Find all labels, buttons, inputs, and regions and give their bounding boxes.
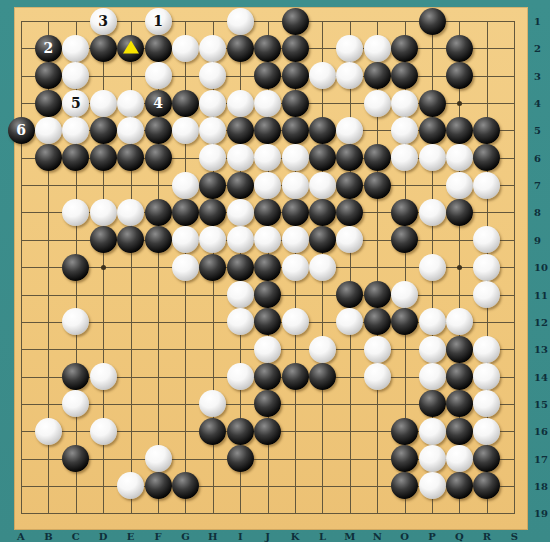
row-label-12: 12 xyxy=(534,316,548,327)
stone-white-K7 xyxy=(282,172,309,199)
stone-white-P14 xyxy=(419,363,446,390)
stone-black-B2: 2 xyxy=(35,35,62,62)
stone-black-P4 xyxy=(419,90,446,117)
move-number-label: 6 xyxy=(16,123,26,137)
stone-white-C2 xyxy=(62,35,89,62)
stone-black-O2 xyxy=(391,35,418,62)
row-label-4: 4 xyxy=(534,98,541,109)
stone-white-I9 xyxy=(227,226,254,253)
stone-black-J8 xyxy=(254,199,281,226)
stone-black-D6 xyxy=(90,144,117,171)
stone-white-H15 xyxy=(199,390,226,417)
stone-black-N3 xyxy=(364,62,391,89)
stone-black-H8 xyxy=(199,199,226,226)
stone-white-C4: 5 xyxy=(62,90,89,117)
column-label-F: F xyxy=(154,531,161,542)
row-label-19: 19 xyxy=(534,508,548,519)
stone-white-M9 xyxy=(336,226,363,253)
stone-black-D9 xyxy=(90,226,117,253)
column-label-K: K xyxy=(291,531,300,542)
stone-black-R17 xyxy=(473,445,500,472)
stone-black-B3 xyxy=(35,62,62,89)
stone-white-P16 xyxy=(419,418,446,445)
column-label-A: A xyxy=(17,531,25,542)
stone-white-D14 xyxy=(90,363,117,390)
stone-black-R5 xyxy=(473,117,500,144)
stone-black-Q5 xyxy=(446,117,473,144)
grid-line-vertical xyxy=(514,21,515,514)
triangle-marker xyxy=(123,41,139,54)
stone-black-G18 xyxy=(172,472,199,499)
stone-white-P13 xyxy=(419,336,446,363)
column-label-Q: Q xyxy=(455,531,464,542)
stone-white-M3 xyxy=(336,62,363,89)
stone-white-L13 xyxy=(309,336,336,363)
stone-white-O11 xyxy=(391,281,418,308)
stone-white-J6 xyxy=(254,144,281,171)
stone-white-M2 xyxy=(336,35,363,62)
stone-black-O18 xyxy=(391,472,418,499)
stone-white-R7 xyxy=(473,172,500,199)
stone-black-Q16 xyxy=(446,418,473,445)
stone-white-D16 xyxy=(90,418,117,445)
stone-white-F17 xyxy=(145,445,172,472)
stone-black-H10 xyxy=(199,254,226,281)
stone-black-D2 xyxy=(90,35,117,62)
stone-black-D5 xyxy=(90,117,117,144)
stone-black-O12 xyxy=(391,308,418,335)
stone-black-Q13 xyxy=(446,336,473,363)
stone-black-C14 xyxy=(62,363,89,390)
column-label-E: E xyxy=(127,531,135,542)
column-label-P: P xyxy=(428,531,436,542)
stone-black-F18 xyxy=(145,472,172,499)
stone-white-B16 xyxy=(35,418,62,445)
stone-white-E18 xyxy=(117,472,144,499)
stone-white-R15 xyxy=(473,390,500,417)
row-label-8: 8 xyxy=(534,207,541,218)
stone-black-F8 xyxy=(145,199,172,226)
row-label-3: 3 xyxy=(534,70,541,81)
stone-white-H5 xyxy=(199,117,226,144)
grid-line-horizontal xyxy=(21,513,515,514)
move-number-label: 2 xyxy=(44,41,54,55)
stone-white-Q6 xyxy=(446,144,473,171)
star-point xyxy=(101,265,106,270)
stone-black-C10 xyxy=(62,254,89,281)
stone-white-R16 xyxy=(473,418,500,445)
stone-white-E5 xyxy=(117,117,144,144)
grid-line-vertical xyxy=(350,21,351,514)
stone-black-O9 xyxy=(391,226,418,253)
move-number-label: 4 xyxy=(153,96,163,110)
stone-black-N6 xyxy=(364,144,391,171)
stone-white-M5 xyxy=(336,117,363,144)
column-label-B: B xyxy=(44,531,52,542)
stone-white-J7 xyxy=(254,172,281,199)
stone-white-D1: 3 xyxy=(90,8,117,35)
stone-white-C3 xyxy=(62,62,89,89)
stone-black-J10 xyxy=(254,254,281,281)
column-label-R: R xyxy=(483,531,491,542)
stone-black-H7 xyxy=(199,172,226,199)
stone-black-E9 xyxy=(117,226,144,253)
stone-black-Q3 xyxy=(446,62,473,89)
move-number-label: 3 xyxy=(98,14,108,28)
stone-black-F6 xyxy=(145,144,172,171)
stone-black-R6 xyxy=(473,144,500,171)
stone-white-H6 xyxy=(199,144,226,171)
stone-black-Q2 xyxy=(446,35,473,62)
stone-white-H3 xyxy=(199,62,226,89)
row-label-15: 15 xyxy=(534,398,548,409)
stone-black-M11 xyxy=(336,281,363,308)
stone-black-L14 xyxy=(309,363,336,390)
stone-white-Q12 xyxy=(446,308,473,335)
stone-black-F5 xyxy=(145,117,172,144)
stone-black-A5: 6 xyxy=(8,117,35,144)
column-label-G: G xyxy=(181,531,190,542)
stone-black-I7 xyxy=(227,172,254,199)
stone-black-P15 xyxy=(419,390,446,417)
stone-black-L6 xyxy=(309,144,336,171)
stone-black-B6 xyxy=(35,144,62,171)
stone-black-K4 xyxy=(282,90,309,117)
stone-black-I10 xyxy=(227,254,254,281)
stone-black-Q15 xyxy=(446,390,473,417)
stone-black-J14 xyxy=(254,363,281,390)
stone-white-B5 xyxy=(35,117,62,144)
stone-white-P17 xyxy=(419,445,446,472)
stone-black-J5 xyxy=(254,117,281,144)
stone-white-C8 xyxy=(62,199,89,226)
stone-black-Q14 xyxy=(446,363,473,390)
row-label-10: 10 xyxy=(534,262,548,273)
stone-black-K8 xyxy=(282,199,309,226)
star-point xyxy=(457,265,462,270)
stone-white-R9 xyxy=(473,226,500,253)
stone-black-L8 xyxy=(309,199,336,226)
stone-white-L10 xyxy=(309,254,336,281)
stone-white-H4 xyxy=(199,90,226,117)
stone-white-L7 xyxy=(309,172,336,199)
stone-white-C15 xyxy=(62,390,89,417)
row-label-16: 16 xyxy=(534,426,548,437)
stone-black-C17 xyxy=(62,445,89,472)
star-point xyxy=(457,101,462,106)
stone-black-M7 xyxy=(336,172,363,199)
stone-white-Q7 xyxy=(446,172,473,199)
stone-white-P12 xyxy=(419,308,446,335)
stone-black-G8 xyxy=(172,199,199,226)
stone-black-J15 xyxy=(254,390,281,417)
stone-white-C12 xyxy=(62,308,89,335)
stone-white-K6 xyxy=(282,144,309,171)
stone-white-Q17 xyxy=(446,445,473,472)
stone-white-N14 xyxy=(364,363,391,390)
stone-white-N2 xyxy=(364,35,391,62)
stone-black-B4 xyxy=(35,90,62,117)
stone-black-E2 xyxy=(117,35,144,62)
row-label-7: 7 xyxy=(534,180,541,191)
stone-white-P8 xyxy=(419,199,446,226)
stone-white-N13 xyxy=(364,336,391,363)
stone-white-J9 xyxy=(254,226,281,253)
stone-black-M8 xyxy=(336,199,363,226)
row-label-17: 17 xyxy=(534,453,548,464)
stone-white-G5 xyxy=(172,117,199,144)
stone-black-K2 xyxy=(282,35,309,62)
stone-white-P18 xyxy=(419,472,446,499)
stone-white-I11 xyxy=(227,281,254,308)
stone-black-P1 xyxy=(419,8,446,35)
stone-white-O5 xyxy=(391,117,418,144)
stone-white-I14 xyxy=(227,363,254,390)
stone-black-N7 xyxy=(364,172,391,199)
stone-white-I6 xyxy=(227,144,254,171)
stone-black-G4 xyxy=(172,90,199,117)
stone-black-L5 xyxy=(309,117,336,144)
row-label-2: 2 xyxy=(534,43,541,54)
stone-white-G9 xyxy=(172,226,199,253)
stone-black-C6 xyxy=(62,144,89,171)
stone-black-Q18 xyxy=(446,472,473,499)
stone-white-H9 xyxy=(199,226,226,253)
stone-white-K9 xyxy=(282,226,309,253)
stone-white-E8 xyxy=(117,199,144,226)
stone-black-O16 xyxy=(391,418,418,445)
stone-black-F4: 4 xyxy=(145,90,172,117)
stone-white-I4 xyxy=(227,90,254,117)
stone-white-R14 xyxy=(473,363,500,390)
column-label-M: M xyxy=(344,531,355,542)
stone-white-J13 xyxy=(254,336,281,363)
stone-white-P6 xyxy=(419,144,446,171)
stone-black-K1 xyxy=(282,8,309,35)
stone-black-J12 xyxy=(254,308,281,335)
stone-white-J4 xyxy=(254,90,281,117)
stone-white-I1 xyxy=(227,8,254,35)
stone-white-F3 xyxy=(145,62,172,89)
stone-white-R11 xyxy=(473,281,500,308)
stone-black-J11 xyxy=(254,281,281,308)
stone-black-N11 xyxy=(364,281,391,308)
row-label-11: 11 xyxy=(534,289,548,300)
stone-white-F1: 1 xyxy=(145,8,172,35)
stone-white-G7 xyxy=(172,172,199,199)
row-label-14: 14 xyxy=(534,371,548,382)
stone-white-H2 xyxy=(199,35,226,62)
column-label-S: S xyxy=(511,531,518,542)
column-label-L: L xyxy=(319,531,326,542)
stone-white-C5 xyxy=(62,117,89,144)
stone-black-K14 xyxy=(282,363,309,390)
stone-black-J3 xyxy=(254,62,281,89)
stone-black-J16 xyxy=(254,418,281,445)
column-label-H: H xyxy=(208,531,217,542)
stone-black-I17 xyxy=(227,445,254,472)
stone-white-I8 xyxy=(227,199,254,226)
stone-black-O8 xyxy=(391,199,418,226)
stone-black-O3 xyxy=(391,62,418,89)
stone-black-N12 xyxy=(364,308,391,335)
go-board[interactable]: 312546 xyxy=(14,7,528,530)
stone-black-K5 xyxy=(282,117,309,144)
stone-black-I16 xyxy=(227,418,254,445)
row-label-1: 1 xyxy=(534,16,541,27)
stone-black-J2 xyxy=(254,35,281,62)
stone-black-I2 xyxy=(227,35,254,62)
stone-black-F2 xyxy=(145,35,172,62)
column-label-O: O xyxy=(400,531,409,542)
stone-white-K10 xyxy=(282,254,309,281)
go-app-frame: 312546 ABCDEFGHIJKLMNOPQRS12345678910111… xyxy=(0,0,550,542)
move-number-label: 1 xyxy=(153,14,163,28)
row-label-6: 6 xyxy=(534,152,541,163)
stone-white-M12 xyxy=(336,308,363,335)
stone-white-O6 xyxy=(391,144,418,171)
column-label-C: C xyxy=(72,531,80,542)
stone-white-N4 xyxy=(364,90,391,117)
stone-white-P10 xyxy=(419,254,446,281)
column-label-D: D xyxy=(99,531,108,542)
stone-black-E6 xyxy=(117,144,144,171)
move-number-label: 5 xyxy=(71,96,81,110)
column-label-N: N xyxy=(373,531,382,542)
stone-black-P5 xyxy=(419,117,446,144)
stone-black-F9 xyxy=(145,226,172,253)
row-label-9: 9 xyxy=(534,234,541,245)
stone-white-D8 xyxy=(90,199,117,226)
stone-black-M6 xyxy=(336,144,363,171)
stone-white-K12 xyxy=(282,308,309,335)
row-label-18: 18 xyxy=(534,480,548,491)
column-label-I: I xyxy=(238,531,243,542)
stone-white-L3 xyxy=(309,62,336,89)
stone-white-R13 xyxy=(473,336,500,363)
stone-black-K3 xyxy=(282,62,309,89)
stone-black-R18 xyxy=(473,472,500,499)
row-label-13: 13 xyxy=(534,344,548,355)
stone-white-I12 xyxy=(227,308,254,335)
stone-black-O17 xyxy=(391,445,418,472)
stone-white-G10 xyxy=(172,254,199,281)
stone-white-O4 xyxy=(391,90,418,117)
row-label-5: 5 xyxy=(534,125,541,136)
column-label-J: J xyxy=(265,531,270,542)
stone-white-E4 xyxy=(117,90,144,117)
stone-white-D4 xyxy=(90,90,117,117)
stone-black-L9 xyxy=(309,226,336,253)
stone-black-Q8 xyxy=(446,199,473,226)
stone-white-G2 xyxy=(172,35,199,62)
stone-white-R10 xyxy=(473,254,500,281)
stone-black-I5 xyxy=(227,117,254,144)
stone-black-H16 xyxy=(199,418,226,445)
